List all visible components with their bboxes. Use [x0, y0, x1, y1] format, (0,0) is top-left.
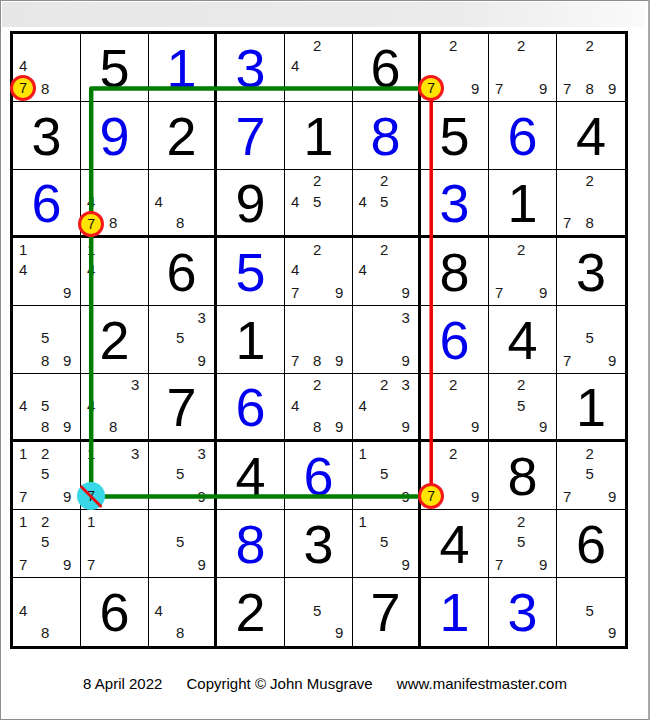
candidate-2: 2: [313, 377, 321, 392]
candidate-7: 7: [563, 80, 571, 95]
cell-r2c3[interactable]: 2: [149, 102, 217, 170]
cell-r1c5[interactable]: 24: [285, 34, 353, 102]
candidate-5: 5: [41, 397, 49, 412]
candidate-1: 1: [19, 445, 27, 460]
chain-node-circle-r1c7: 7: [418, 75, 444, 101]
candidate-9: 9: [335, 419, 343, 434]
candidate-9: 9: [471, 80, 479, 95]
cell-value: 6: [557, 510, 625, 577]
cell-r8c3[interactable]: 59: [149, 510, 217, 578]
candidate-5: 5: [41, 330, 49, 345]
cell-r4c9[interactable]: 3: [557, 238, 625, 306]
cell-value: 1: [421, 578, 488, 646]
candidate-4: 4: [359, 397, 367, 412]
candidate-4: 4: [291, 397, 299, 412]
candidate-7: 7: [563, 215, 571, 230]
cell-value: 6: [217, 374, 284, 439]
cell-value: 3: [421, 170, 488, 235]
cell-r2c1[interactable]: 3: [13, 102, 81, 170]
candidate-8: 8: [41, 625, 49, 640]
candidate-9: 9: [63, 419, 71, 434]
candidate-9: 9: [539, 556, 547, 571]
cell-value: 7: [353, 578, 418, 646]
cell-r3c1[interactable]: 6: [13, 170, 81, 238]
candidate-4: 4: [19, 397, 27, 412]
cell-value: 3: [489, 578, 556, 646]
candidate-7: 7: [563, 352, 571, 367]
candidate-8: 8: [313, 419, 321, 434]
candidate-9: 9: [608, 80, 616, 95]
cell-r1c4[interactable]: 3: [217, 34, 285, 102]
cell-r8c2[interactable]: 17: [81, 510, 149, 578]
cell-r2c9[interactable]: 4: [557, 102, 625, 170]
candidate-2: 2: [585, 173, 593, 188]
cell-r2c7[interactable]: 5: [421, 102, 489, 170]
candidate-2: 2: [380, 241, 388, 256]
candidate-9: 9: [401, 284, 409, 299]
cell-r6c4[interactable]: 6: [217, 374, 285, 442]
candidate-8: 8: [41, 352, 49, 367]
cell-value: 6: [421, 306, 488, 373]
cell-value: 2: [149, 102, 214, 169]
candidate-5: 5: [380, 534, 388, 549]
candidate-7: 7: [291, 284, 299, 299]
cell-value: 6: [81, 578, 148, 646]
candidate-7: 7: [495, 556, 503, 571]
cell-r6c9[interactable]: 1: [557, 374, 625, 442]
cell-r8c7[interactable]: 4: [421, 510, 489, 578]
cell-r4c1[interactable]: 149: [13, 238, 81, 306]
candidate-4: 4: [291, 193, 299, 208]
sudoku-board: 4785132462792792789392718564647848924524…: [10, 31, 628, 649]
cell-value: 2: [81, 306, 148, 373]
candidate-9: 9: [401, 352, 409, 367]
candidate-7: 7: [87, 556, 95, 571]
cell-value: 6: [489, 102, 556, 169]
cell-r3c4[interactable]: 9: [217, 170, 285, 238]
cell-value: 8: [421, 238, 488, 305]
candidate-9: 9: [197, 556, 205, 571]
candidate-1: 1: [359, 445, 367, 460]
cell-r9c2[interactable]: 6: [81, 578, 149, 646]
cell-value: 8: [353, 102, 418, 169]
caption: 8 April 2022 Copyright © John Musgrave w…: [1, 675, 649, 692]
candidate-9: 9: [63, 284, 71, 299]
cell-value: 1: [217, 306, 284, 373]
cell-value: 4: [557, 102, 625, 169]
candidate-9: 9: [471, 419, 479, 434]
candidate-8: 8: [176, 215, 184, 230]
candidate-5: 5: [380, 193, 388, 208]
candidate-3: 3: [197, 309, 205, 324]
cell-value: 6: [285, 442, 352, 509]
cell-r8c4[interactable]: 8: [217, 510, 285, 578]
candidate-9: 9: [608, 352, 616, 367]
cell-r5c6[interactable]: 39: [353, 306, 421, 374]
candidate-5: 5: [517, 397, 525, 412]
cell-r2c6[interactable]: 8: [353, 102, 421, 170]
candidate-9: 9: [197, 352, 205, 367]
candidate-2: 2: [41, 445, 49, 460]
cell-r7c9[interactable]: 2579: [557, 442, 625, 510]
cell-r7c1[interactable]: 12579: [13, 442, 81, 510]
cell-r6c8[interactable]: 259: [489, 374, 557, 442]
cell-value: 6: [353, 34, 418, 101]
candidate-2: 2: [449, 37, 457, 52]
cell-value: 3: [557, 238, 625, 305]
candidate-2: 2: [585, 37, 593, 52]
cell-r5c1[interactable]: 589: [13, 306, 81, 374]
cell-r3c5[interactable]: 245: [285, 170, 353, 238]
chain-node-circle-r3c2: 7: [78, 211, 104, 237]
candidate-7: 7: [495, 80, 503, 95]
candidate-2: 2: [41, 513, 49, 528]
candidate-5: 5: [313, 193, 321, 208]
cell-value: 4: [489, 306, 556, 373]
candidate-7: 7: [19, 556, 27, 571]
cell-value: 4: [217, 442, 284, 509]
candidate-5: 5: [41, 466, 49, 481]
cell-r9c7[interactable]: 1: [421, 578, 489, 646]
candidate-2: 2: [313, 37, 321, 52]
cell-value: 4: [421, 510, 488, 577]
candidate-7: 7: [19, 488, 27, 503]
candidate-4: 4: [19, 602, 27, 617]
cell-r5c9[interactable]: 579: [557, 306, 625, 374]
candidate-4: 4: [291, 58, 299, 73]
cell-value: 8: [217, 510, 284, 577]
cell-r4c2[interactable]: 14: [81, 238, 149, 306]
cell-value: 7: [217, 102, 284, 169]
cell-r4c7[interactable]: 8: [421, 238, 489, 306]
candidate-1: 1: [359, 513, 367, 528]
candidate-3: 3: [131, 377, 139, 392]
cell-r2c2[interactable]: 9: [81, 102, 149, 170]
candidate-7: 7: [291, 352, 299, 367]
cell-r1c6[interactable]: 6: [353, 34, 421, 102]
candidate-4: 4: [291, 262, 299, 277]
candidate-2: 2: [517, 513, 525, 528]
cell-value: 1: [489, 170, 556, 235]
candidate-2: 2: [313, 173, 321, 188]
caption-copyright: Copyright © John Musgrave: [187, 675, 373, 692]
cell-value: 3: [285, 510, 352, 577]
candidate-2: 2: [585, 445, 593, 460]
candidate-5: 5: [313, 602, 321, 617]
cell-r8c8[interactable]: 2579: [489, 510, 557, 578]
candidate-3: 3: [197, 445, 205, 460]
elimination-strike: [80, 485, 103, 508]
elimination-circle-r7c2: 7: [77, 482, 105, 510]
candidate-1: 1: [87, 445, 95, 460]
cell-r9c9[interactable]: 59: [557, 578, 625, 646]
cell-value: 6: [149, 238, 214, 305]
candidate-3: 3: [401, 377, 409, 392]
cell-r2c5[interactable]: 1: [285, 102, 353, 170]
cell-r6c3[interactable]: 7: [149, 374, 217, 442]
candidate-5: 5: [176, 330, 184, 345]
cell-value: 1: [285, 102, 352, 169]
cell-value: 9: [81, 102, 148, 169]
candidate-2: 2: [313, 241, 321, 256]
candidate-5: 5: [517, 534, 525, 549]
cell-r5c8[interactable]: 4: [489, 306, 557, 374]
candidate-4: 4: [359, 193, 367, 208]
cell-r2c8[interactable]: 6: [489, 102, 557, 170]
cell-r5c7[interactable]: 6: [421, 306, 489, 374]
candidate-7: 7: [495, 284, 503, 299]
cell-r8c6[interactable]: 159: [353, 510, 421, 578]
cell-r6c2[interactable]: 348: [81, 374, 149, 442]
candidate-4: 4: [155, 193, 163, 208]
candidate-4: 4: [87, 262, 95, 277]
cell-value: 1: [557, 374, 625, 439]
cell-r9c3[interactable]: 48: [149, 578, 217, 646]
cell-r8c5[interactable]: 3: [285, 510, 353, 578]
candidate-8: 8: [109, 419, 117, 434]
candidate-2: 2: [517, 37, 525, 52]
cell-r4c5[interactable]: 2479: [285, 238, 353, 306]
cell-r3c8[interactable]: 1: [489, 170, 557, 238]
candidate-2: 2: [380, 377, 388, 392]
candidate-9: 9: [401, 556, 409, 571]
cell-r4c6[interactable]: 249: [353, 238, 421, 306]
candidate-9: 9: [471, 488, 479, 503]
cell-r1c2[interactable]: 5: [81, 34, 149, 102]
cell-r3c9[interactable]: 278: [557, 170, 625, 238]
candidate-2: 2: [380, 173, 388, 188]
cell-r1c9[interactable]: 2789: [557, 34, 625, 102]
candidate-1: 1: [19, 513, 27, 528]
candidate-9: 9: [197, 488, 205, 503]
cell-value: 1: [149, 34, 214, 101]
cell-value: 5: [421, 102, 488, 169]
candidate-9: 9: [63, 556, 71, 571]
candidate-9: 9: [335, 352, 343, 367]
candidate-5: 5: [176, 534, 184, 549]
chain-node-circle-r7c7: 7: [418, 483, 444, 509]
cell-value: 7: [149, 374, 214, 439]
candidate-5: 5: [380, 466, 388, 481]
candidate-5: 5: [585, 330, 593, 345]
cell-r9c8[interactable]: 3: [489, 578, 557, 646]
candidate-9: 9: [539, 80, 547, 95]
cell-r9c6[interactable]: 7: [353, 578, 421, 646]
caption-website[interactable]: www.manifestmaster.com: [397, 675, 567, 692]
cell-r2c4[interactable]: 7: [217, 102, 285, 170]
candidate-5: 5: [41, 534, 49, 549]
candidate-2: 2: [517, 241, 525, 256]
candidate-4: 4: [87, 397, 95, 412]
candidate-2: 2: [449, 377, 457, 392]
cell-r9c5[interactable]: 59: [285, 578, 353, 646]
cell-r6c6[interactable]: 2349: [353, 374, 421, 442]
candidate-4: 4: [155, 602, 163, 617]
cell-r6c7[interactable]: 29: [421, 374, 489, 442]
candidate-3: 3: [131, 445, 139, 460]
cell-value: 6: [13, 170, 80, 235]
page: 4785132462792792789392718564647848924524…: [0, 0, 650, 720]
candidate-1: 1: [87, 241, 95, 256]
candidate-9: 9: [335, 284, 343, 299]
candidate-8: 8: [176, 625, 184, 640]
candidate-9: 9: [63, 488, 71, 503]
cell-r8c1[interactable]: 12579: [13, 510, 81, 578]
candidate-8: 8: [41, 419, 49, 434]
candidate-4: 4: [19, 58, 27, 73]
candidate-4: 4: [359, 262, 367, 277]
candidate-3: 3: [401, 309, 409, 324]
cell-r9c1[interactable]: 48: [13, 578, 81, 646]
cell-r1c3[interactable]: 1: [149, 34, 217, 102]
cell-r4c4[interactable]: 5: [217, 238, 285, 306]
candidate-8: 8: [109, 215, 117, 230]
cell-r7c4[interactable]: 4: [217, 442, 285, 510]
candidate-9: 9: [335, 625, 343, 640]
cell-value: 8: [489, 442, 556, 509]
cell-value: 5: [217, 238, 284, 305]
candidate-1: 1: [19, 241, 27, 256]
candidate-4: 4: [87, 193, 95, 208]
cell-r5c3[interactable]: 359: [149, 306, 217, 374]
cell-r3c3[interactable]: 48: [149, 170, 217, 238]
cell-r7c3[interactable]: 359: [149, 442, 217, 510]
caption-date: 8 April 2022: [83, 675, 162, 692]
chain-node-circle-r1c1: 7: [10, 75, 36, 101]
cell-value: 5: [81, 34, 148, 101]
candidate-2: 2: [517, 377, 525, 392]
candidate-9: 9: [539, 419, 547, 434]
cell-r5c5[interactable]: 789: [285, 306, 353, 374]
cell-r3c7[interactable]: 3: [421, 170, 489, 238]
cell-r7c6[interactable]: 159: [353, 442, 421, 510]
cell-r5c4[interactable]: 1: [217, 306, 285, 374]
candidate-8: 8: [585, 80, 593, 95]
cell-r4c3[interactable]: 6: [149, 238, 217, 306]
candidate-9: 9: [401, 419, 409, 434]
cell-r4c8[interactable]: 279: [489, 238, 557, 306]
candidate-5: 5: [585, 602, 593, 617]
header-bar: [2, 2, 646, 27]
cell-r5c2[interactable]: 2: [81, 306, 149, 374]
candidate-4: 4: [19, 262, 27, 277]
cell-r8c9[interactable]: 6: [557, 510, 625, 578]
candidate-8: 8: [313, 352, 321, 367]
cell-value: 2: [217, 578, 284, 646]
cell-r3c6[interactable]: 245: [353, 170, 421, 238]
candidate-8: 8: [41, 80, 49, 95]
candidate-9: 9: [608, 488, 616, 503]
candidate-9: 9: [539, 284, 547, 299]
candidate-9: 9: [608, 625, 616, 640]
cell-r7c5[interactable]: 6: [285, 442, 353, 510]
candidate-9: 9: [63, 352, 71, 367]
cell-r1c8[interactable]: 279: [489, 34, 557, 102]
cell-value: 3: [13, 102, 80, 169]
candidate-1: 1: [87, 513, 95, 528]
cell-r9c4[interactable]: 2: [217, 578, 285, 646]
cell-value: 3: [217, 34, 284, 101]
candidate-8: 8: [585, 215, 593, 230]
candidate-5: 5: [176, 466, 184, 481]
cell-r6c5[interactable]: 2489: [285, 374, 353, 442]
candidate-5: 5: [585, 466, 593, 481]
cell-r6c1[interactable]: 4589: [13, 374, 81, 442]
candidate-9: 9: [401, 488, 409, 503]
candidate-2: 2: [449, 445, 457, 460]
candidate-7: 7: [563, 488, 571, 503]
cell-value: 9: [217, 170, 284, 235]
cell-r7c8[interactable]: 8: [489, 442, 557, 510]
